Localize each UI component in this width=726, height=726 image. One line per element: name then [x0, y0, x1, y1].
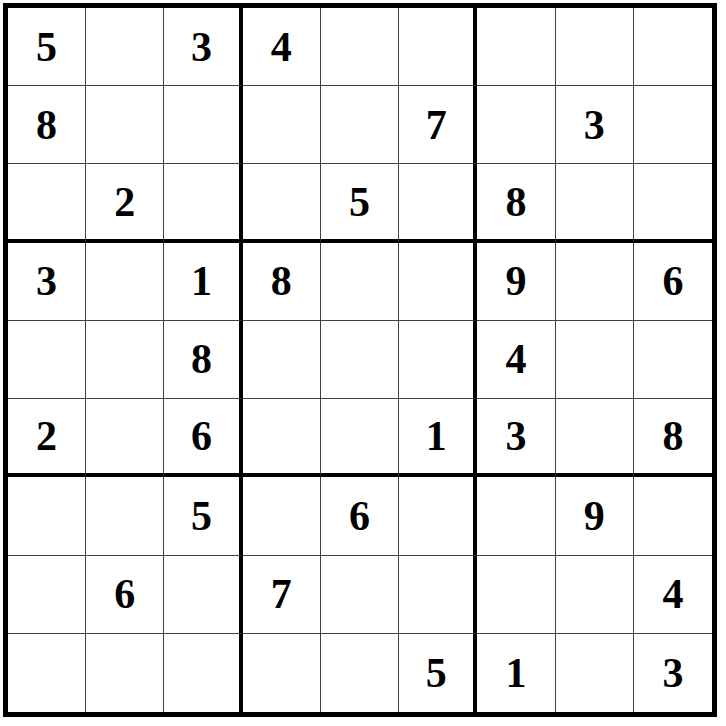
- given-digit: 6: [662, 260, 683, 302]
- cell-r4c8[interactable]: [556, 243, 634, 321]
- cell-r9c4[interactable]: [243, 634, 321, 712]
- given-digit: 5: [36, 26, 57, 68]
- cell-r6c9[interactable]: 8: [634, 399, 712, 477]
- cell-r5c3[interactable]: 8: [164, 321, 242, 399]
- cell-r3c2[interactable]: 2: [86, 164, 164, 242]
- cell-r4c3[interactable]: 1: [164, 243, 242, 321]
- cell-r3c4[interactable]: [243, 164, 321, 242]
- cell-r7c4[interactable]: [243, 477, 321, 555]
- cell-r8c9[interactable]: 4: [634, 556, 712, 634]
- given-digit: 3: [662, 652, 683, 694]
- cell-r7c7[interactable]: [477, 477, 555, 555]
- given-digit: 1: [426, 415, 447, 457]
- cell-r2c1[interactable]: 8: [8, 86, 86, 164]
- cell-r1c2[interactable]: [86, 8, 164, 86]
- cell-r5c6[interactable]: [399, 321, 477, 399]
- cell-r3c1[interactable]: [8, 164, 86, 242]
- cell-r7c3[interactable]: 5: [164, 477, 242, 555]
- cell-r4c2[interactable]: [86, 243, 164, 321]
- cell-r7c6[interactable]: [399, 477, 477, 555]
- cell-r6c6[interactable]: 1: [399, 399, 477, 477]
- cell-r6c3[interactable]: 6: [164, 399, 242, 477]
- cell-r5c5[interactable]: [321, 321, 399, 399]
- cell-r8c4[interactable]: 7: [243, 556, 321, 634]
- given-digit: 5: [426, 652, 447, 694]
- given-digit: 8: [505, 181, 526, 223]
- cell-r2c4[interactable]: [243, 86, 321, 164]
- given-digit: 1: [505, 652, 526, 694]
- cell-r5c4[interactable]: [243, 321, 321, 399]
- given-digit: 6: [191, 415, 212, 457]
- given-digit: 2: [114, 181, 135, 223]
- cell-r8c1[interactable]: [8, 556, 86, 634]
- cell-r4c5[interactable]: [321, 243, 399, 321]
- cell-r1c6[interactable]: [399, 8, 477, 86]
- cell-r8c6[interactable]: [399, 556, 477, 634]
- cell-r6c7[interactable]: 3: [477, 399, 555, 477]
- cell-r9c3[interactable]: [164, 634, 242, 712]
- cell-r1c7[interactable]: [477, 8, 555, 86]
- cell-r5c7[interactable]: 4: [477, 321, 555, 399]
- cell-r3c7[interactable]: 8: [477, 164, 555, 242]
- cell-r1c1[interactable]: 5: [8, 8, 86, 86]
- given-digit: 8: [271, 260, 292, 302]
- given-digit: 3: [505, 415, 526, 457]
- cell-r9c1[interactable]: [8, 634, 86, 712]
- cell-r5c1[interactable]: [8, 321, 86, 399]
- cell-r3c5[interactable]: 5: [321, 164, 399, 242]
- cell-r7c9[interactable]: [634, 477, 712, 555]
- cell-r9c5[interactable]: [321, 634, 399, 712]
- given-digit: 9: [505, 260, 526, 302]
- cell-r7c1[interactable]: [8, 477, 86, 555]
- given-digit: 3: [36, 260, 57, 302]
- cell-r5c8[interactable]: [556, 321, 634, 399]
- cell-r2c8[interactable]: 3: [556, 86, 634, 164]
- cell-r4c9[interactable]: 6: [634, 243, 712, 321]
- cell-r4c4[interactable]: 8: [243, 243, 321, 321]
- cell-r1c8[interactable]: [556, 8, 634, 86]
- cell-r1c3[interactable]: 3: [164, 8, 242, 86]
- cell-r5c9[interactable]: [634, 321, 712, 399]
- cell-r1c4[interactable]: 4: [243, 8, 321, 86]
- cell-r9c7[interactable]: 1: [477, 634, 555, 712]
- given-digit: 8: [191, 338, 212, 380]
- cell-r2c7[interactable]: [477, 86, 555, 164]
- cell-r6c8[interactable]: [556, 399, 634, 477]
- cell-r9c2[interactable]: [86, 634, 164, 712]
- cell-r2c6[interactable]: 7: [399, 86, 477, 164]
- given-digit: 5: [349, 181, 370, 223]
- given-digit: 7: [426, 104, 447, 146]
- cell-r8c7[interactable]: [477, 556, 555, 634]
- cell-r6c1[interactable]: 2: [8, 399, 86, 477]
- cell-r4c7[interactable]: 9: [477, 243, 555, 321]
- given-digit: 2: [36, 415, 57, 457]
- given-digit: 1: [191, 260, 212, 302]
- cell-r3c8[interactable]: [556, 164, 634, 242]
- cell-r6c2[interactable]: [86, 399, 164, 477]
- given-digit: 4: [662, 573, 683, 615]
- cell-r1c5[interactable]: [321, 8, 399, 86]
- cell-r9c9[interactable]: 3: [634, 634, 712, 712]
- cell-r4c6[interactable]: [399, 243, 477, 321]
- cell-r9c8[interactable]: [556, 634, 634, 712]
- cell-r7c2[interactable]: [86, 477, 164, 555]
- given-digit: 4: [505, 338, 526, 380]
- cell-r5c2[interactable]: [86, 321, 164, 399]
- cell-r6c4[interactable]: [243, 399, 321, 477]
- cell-r2c2[interactable]: [86, 86, 164, 164]
- cell-r8c3[interactable]: [164, 556, 242, 634]
- cell-r9c6[interactable]: 5: [399, 634, 477, 712]
- cell-r2c5[interactable]: [321, 86, 399, 164]
- cell-r4c1[interactable]: 3: [8, 243, 86, 321]
- given-digit: 6: [114, 573, 135, 615]
- given-digit: 3: [191, 26, 212, 68]
- given-digit: 5: [191, 495, 212, 537]
- given-digit: 6: [349, 495, 370, 537]
- given-digit: 3: [584, 104, 605, 146]
- cell-r3c9[interactable]: [634, 164, 712, 242]
- given-digit: 7: [271, 573, 292, 615]
- cell-r6c5[interactable]: [321, 399, 399, 477]
- sudoku-board: 534873258318968426138569674513: [3, 3, 717, 717]
- cell-r1c9[interactable]: [634, 8, 712, 86]
- sudoku-page: 534873258318968426138569674513: [0, 0, 726, 726]
- cell-r3c6[interactable]: [399, 164, 477, 242]
- cell-r8c8[interactable]: [556, 556, 634, 634]
- cell-r3c3[interactable]: [164, 164, 242, 242]
- given-digit: 4: [271, 26, 292, 68]
- given-digit: 9: [584, 495, 605, 537]
- cell-r8c2[interactable]: 6: [86, 556, 164, 634]
- given-digit: 8: [662, 415, 683, 457]
- cell-r7c5[interactable]: 6: [321, 477, 399, 555]
- cell-r2c3[interactable]: [164, 86, 242, 164]
- cell-r8c5[interactable]: [321, 556, 399, 634]
- cell-r2c9[interactable]: [634, 86, 712, 164]
- given-digit: 8: [36, 104, 57, 146]
- cell-r7c8[interactable]: 9: [556, 477, 634, 555]
